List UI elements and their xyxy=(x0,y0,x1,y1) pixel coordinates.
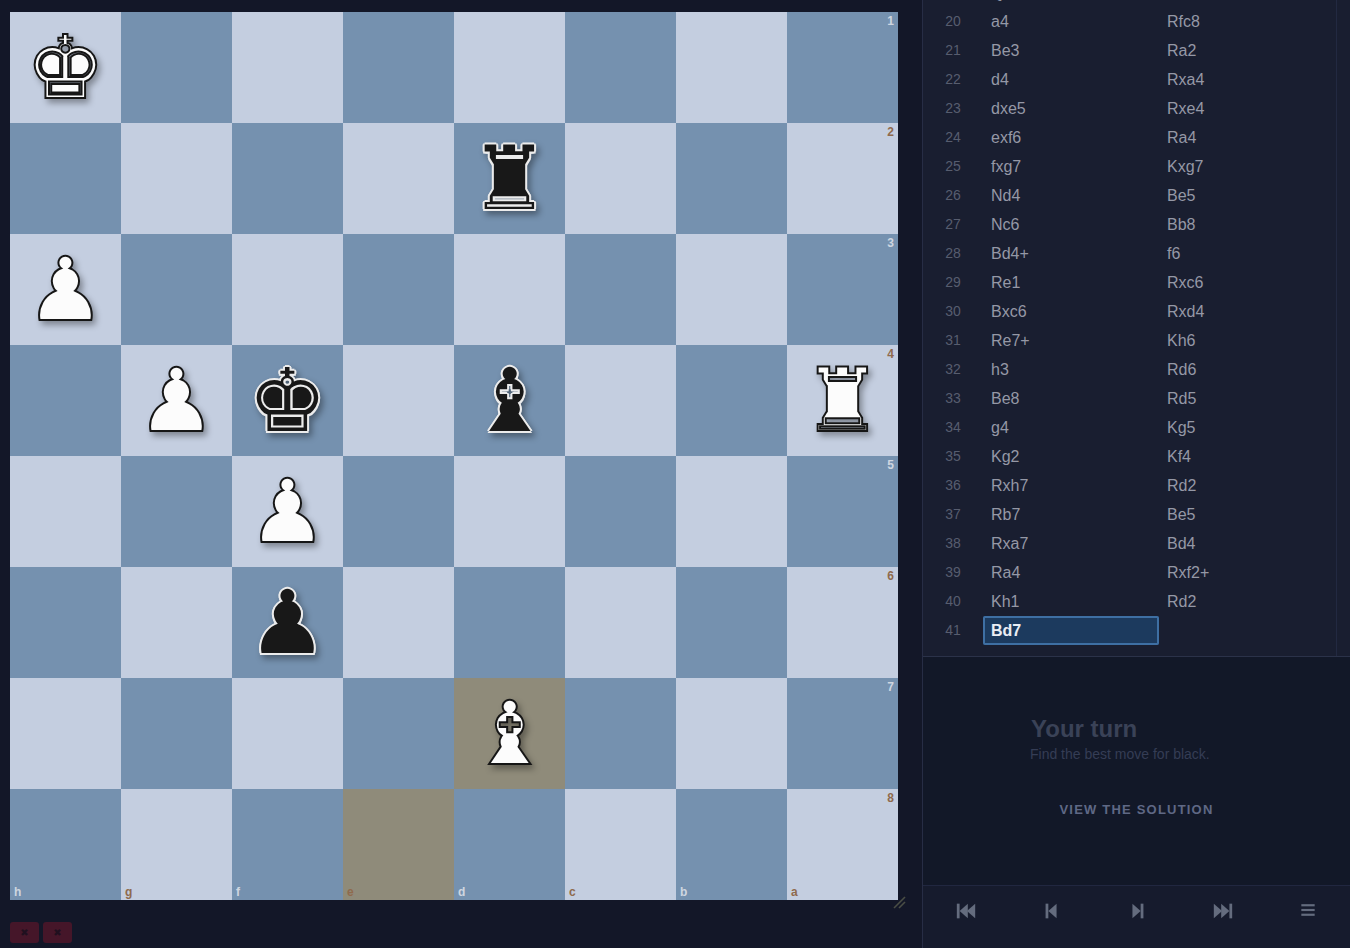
square-a7[interactable]: 7 xyxy=(787,678,898,789)
puzzle-app: { "game": "chess", "position": { "fen": … xyxy=(0,0,1350,948)
square-f4[interactable]: ♚ xyxy=(232,345,343,456)
move-row: 20a4Rfc8 xyxy=(923,7,1350,36)
board-resize-handle-icon[interactable] xyxy=(893,895,906,908)
move-number: 19 xyxy=(923,0,983,7)
square-a8[interactable]: 8a xyxy=(787,789,898,900)
black-move[interactable]: Rb2 xyxy=(1159,0,1335,7)
move-row: 28Bd4+f6 xyxy=(923,239,1350,268)
move-number: 33 xyxy=(923,384,983,413)
square-g3[interactable] xyxy=(121,234,232,345)
moves-panel: 19Qb4Rb220a4Rfc821Be3Ra222d4Rxa423dxe5Rx… xyxy=(922,0,1350,948)
square-e3[interactable] xyxy=(343,234,454,345)
rank-label: 8 xyxy=(887,792,894,804)
black-move[interactable]: Rd6 xyxy=(1159,355,1335,384)
square-d1[interactable] xyxy=(454,12,565,123)
white-move[interactable]: Kh1 xyxy=(983,587,1159,616)
square-c1[interactable] xyxy=(565,12,676,123)
rank-label: 5 xyxy=(887,459,894,471)
move-list-right-border xyxy=(1336,0,1337,656)
file-label: g xyxy=(125,886,132,898)
black-move[interactable]: Rfc8 xyxy=(1159,7,1335,36)
move-number: 34 xyxy=(923,413,983,442)
square-g2[interactable] xyxy=(121,123,232,234)
square-a5[interactable]: 5 xyxy=(787,456,898,567)
file-label: f xyxy=(236,886,240,898)
black-rook[interactable]: ♜ xyxy=(470,135,549,223)
move-row: 30Bxc6Rxd4 xyxy=(923,297,1350,326)
rank-label: 2 xyxy=(887,126,894,138)
previous-move-button[interactable] xyxy=(1039,898,1065,924)
view-solution-link[interactable]: VIEW THE SOLUTION xyxy=(923,802,1350,817)
square-f8[interactable]: f xyxy=(232,789,343,900)
file-label: d xyxy=(458,886,465,898)
last-move-button[interactable] xyxy=(1210,898,1236,924)
previous-move-icon xyxy=(1041,900,1063,922)
square-c7[interactable] xyxy=(565,678,676,789)
black-move[interactable]: Rd2 xyxy=(1159,471,1335,500)
white-move[interactable]: Rxa7 xyxy=(983,529,1159,558)
move-row: 32h3Rd6 xyxy=(923,355,1350,384)
move-row: 25fxg7Kxg7 xyxy=(923,152,1350,181)
move-row: 35Kg2Kf4 xyxy=(923,442,1350,471)
file-label: c xyxy=(569,886,576,898)
black-move[interactable]: Rxa4 xyxy=(1159,65,1335,94)
black-pawn[interactable]: ♟ xyxy=(248,579,327,667)
square-h4[interactable] xyxy=(10,345,121,456)
white-move[interactable]: Rb7 xyxy=(983,500,1159,529)
file-label: h xyxy=(14,886,21,898)
white-move[interactable]: Ra4 xyxy=(983,558,1159,587)
move-row: 33Be8Rd5 xyxy=(923,384,1350,413)
white-pawn[interactable]: ♟ xyxy=(137,357,216,445)
move-row: 38Rxa7Bd4 xyxy=(923,529,1350,558)
square-f1[interactable] xyxy=(232,12,343,123)
square-e5[interactable] xyxy=(343,456,454,567)
square-e8[interactable]: e xyxy=(343,789,454,900)
move-row: 23dxe5Rxe4 xyxy=(923,94,1350,123)
white-king[interactable]: ♚ xyxy=(26,24,105,112)
square-c8[interactable]: c xyxy=(565,789,676,900)
white-move[interactable]: Bd7 xyxy=(983,616,1159,645)
square-g6[interactable] xyxy=(121,567,232,678)
black-move[interactable]: Kg5 xyxy=(1159,413,1335,442)
move-row: 26Nd4Be5 xyxy=(923,181,1350,210)
black-move[interactable]: f6 xyxy=(1159,239,1335,268)
move-row: 34g4Kg5 xyxy=(923,413,1350,442)
close-button[interactable]: ✖ xyxy=(43,922,72,943)
white-move[interactable]: Rxh7 xyxy=(983,471,1159,500)
square-b4[interactable] xyxy=(676,345,787,456)
black-move[interactable] xyxy=(1159,616,1335,645)
move-row: 27Nc6Bb8 xyxy=(923,210,1350,239)
move-number: 22 xyxy=(923,65,983,94)
move-row: 40Kh1Rd2 xyxy=(923,587,1350,616)
move-number: 28 xyxy=(923,239,983,268)
last-move-icon xyxy=(1212,900,1234,922)
white-move[interactable]: Qb4 xyxy=(983,0,1159,7)
square-e6[interactable] xyxy=(343,567,454,678)
move-number: 27 xyxy=(923,210,983,239)
square-g4[interactable]: ♟ xyxy=(121,345,232,456)
feedback-section: Your turn Find the best move for black. … xyxy=(923,657,1350,885)
nav-bar xyxy=(923,885,1350,948)
square-h7[interactable] xyxy=(10,678,121,789)
file-label: a xyxy=(791,886,798,898)
square-e1[interactable] xyxy=(343,12,454,123)
square-h1[interactable]: ♚ xyxy=(10,12,121,123)
move-number: 26 xyxy=(923,181,983,210)
white-move[interactable]: Nd4 xyxy=(983,181,1159,210)
move-row: 21Be3Ra2 xyxy=(923,36,1350,65)
move-row: 31Re7+Kh6 xyxy=(923,326,1350,355)
square-g7[interactable] xyxy=(121,678,232,789)
white-move[interactable]: Re7+ xyxy=(983,326,1159,355)
square-g5[interactable] xyxy=(121,456,232,567)
square-d5[interactable] xyxy=(454,456,565,567)
square-e2[interactable] xyxy=(343,123,454,234)
black-move[interactable]: Rxe4 xyxy=(1159,94,1335,123)
white-move[interactable]: exf6 xyxy=(983,123,1159,152)
black-move[interactable]: Kxg7 xyxy=(1159,152,1335,181)
move-row: 41Bd7 xyxy=(923,616,1350,645)
square-h6[interactable] xyxy=(10,567,121,678)
move-number: 23 xyxy=(923,94,983,123)
square-e7[interactable] xyxy=(343,678,454,789)
square-e4[interactable] xyxy=(343,345,454,456)
square-b7[interactable] xyxy=(676,678,787,789)
square-b3[interactable] xyxy=(676,234,787,345)
move-number: 31 xyxy=(923,326,983,355)
white-move[interactable]: dxe5 xyxy=(983,94,1159,123)
move-number: 41 xyxy=(923,616,983,645)
square-g8[interactable]: g xyxy=(121,789,232,900)
black-move[interactable]: Rd2 xyxy=(1159,587,1335,616)
black-move[interactable]: Be5 xyxy=(1159,181,1335,210)
black-move[interactable]: Kf4 xyxy=(1159,442,1335,471)
rank-label: 7 xyxy=(887,681,894,693)
file-label: e xyxy=(347,886,354,898)
black-move[interactable]: Rxc6 xyxy=(1159,268,1335,297)
chess-board[interactable]: ♚1♜2♟3♟♚♝♜4♟5♟6♝7hgfedcb8a xyxy=(10,12,898,900)
menu-button[interactable] xyxy=(1296,898,1320,922)
square-d8[interactable]: d xyxy=(454,789,565,900)
white-pawn[interactable]: ♟ xyxy=(26,246,105,334)
black-move[interactable]: Ra4 xyxy=(1159,123,1335,152)
square-a6[interactable]: 6 xyxy=(787,567,898,678)
close-buttons-row: ✖ ✖ xyxy=(10,922,72,943)
rank-label: 3 xyxy=(887,237,894,249)
move-number: 36 xyxy=(923,471,983,500)
square-f3[interactable] xyxy=(232,234,343,345)
next-move-button[interactable] xyxy=(1124,898,1150,924)
move-number: 39 xyxy=(923,558,983,587)
square-a1[interactable]: 1 xyxy=(787,12,898,123)
square-c6[interactable] xyxy=(565,567,676,678)
white-move[interactable]: d4 xyxy=(983,65,1159,94)
square-h8[interactable]: h xyxy=(10,789,121,900)
black-move[interactable]: Be5 xyxy=(1159,500,1335,529)
square-a2[interactable]: 2 xyxy=(787,123,898,234)
white-move[interactable]: Be8 xyxy=(983,384,1159,413)
white-move[interactable]: Nc6 xyxy=(983,210,1159,239)
square-b5[interactable] xyxy=(676,456,787,567)
white-move[interactable]: Bxc6 xyxy=(983,297,1159,326)
move-number: 38 xyxy=(923,529,983,558)
square-c3[interactable] xyxy=(565,234,676,345)
square-d3[interactable] xyxy=(454,234,565,345)
square-f2[interactable] xyxy=(232,123,343,234)
next-move-icon xyxy=(1126,900,1148,922)
file-label: b xyxy=(680,886,687,898)
square-b8[interactable]: b xyxy=(676,789,787,900)
white-move[interactable]: a4 xyxy=(983,7,1159,36)
square-b6[interactable] xyxy=(676,567,787,678)
move-row: 37Rb7Be5 xyxy=(923,500,1350,529)
square-c2[interactable] xyxy=(565,123,676,234)
white-rook[interactable]: ♜ xyxy=(803,357,882,445)
move-row: 22d4Rxa4 xyxy=(923,65,1350,94)
white-move[interactable]: Be3 xyxy=(983,36,1159,65)
white-bishop[interactable]: ♝ xyxy=(470,690,549,778)
white-pawn[interactable]: ♟ xyxy=(248,468,327,556)
move-row: 24exf6Ra4 xyxy=(923,123,1350,152)
move-number: 30 xyxy=(923,297,983,326)
menu-icon xyxy=(1298,900,1318,920)
first-move-icon xyxy=(955,900,977,922)
black-move[interactable]: Ra2 xyxy=(1159,36,1335,65)
move-row: 39Ra4Rxf2+ xyxy=(923,558,1350,587)
square-c4[interactable] xyxy=(565,345,676,456)
move-number: 29 xyxy=(923,268,983,297)
square-b1[interactable] xyxy=(676,12,787,123)
white-move[interactable]: g4 xyxy=(983,413,1159,442)
move-number: 32 xyxy=(923,355,983,384)
square-h2[interactable] xyxy=(10,123,121,234)
square-a3[interactable]: 3 xyxy=(787,234,898,345)
square-f5[interactable]: ♟ xyxy=(232,456,343,567)
square-d7[interactable]: ♝ xyxy=(454,678,565,789)
black-move[interactable]: Kh6 xyxy=(1159,326,1335,355)
white-move[interactable]: Re1 xyxy=(983,268,1159,297)
move-list[interactable]: 19Qb4Rb220a4Rfc821Be3Ra222d4Rxa423dxe5Rx… xyxy=(923,0,1350,656)
close-button[interactable]: ✖ xyxy=(10,922,39,943)
move-row: 36Rxh7Rd2 xyxy=(923,471,1350,500)
black-move[interactable]: Rxf2+ xyxy=(1159,558,1335,587)
square-f7[interactable] xyxy=(232,678,343,789)
white-move[interactable]: Bd4+ xyxy=(983,239,1159,268)
square-g1[interactable] xyxy=(121,12,232,123)
move-row: 29Re1Rxc6 xyxy=(923,268,1350,297)
square-b2[interactable] xyxy=(676,123,787,234)
rank-label: 6 xyxy=(887,570,894,582)
square-d6[interactable] xyxy=(454,567,565,678)
black-move[interactable]: Bd4 xyxy=(1159,529,1335,558)
black-move[interactable]: Bb8 xyxy=(1159,210,1335,239)
black-move[interactable]: Rd5 xyxy=(1159,384,1335,413)
black-bishop[interactable]: ♝ xyxy=(470,357,549,445)
white-move[interactable]: Kg2 xyxy=(983,442,1159,471)
move-number: 21 xyxy=(923,36,983,65)
your-turn-title: Your turn xyxy=(1031,715,1137,743)
first-move-button[interactable] xyxy=(953,898,979,924)
square-d2[interactable]: ♜ xyxy=(454,123,565,234)
move-number: 20 xyxy=(923,7,983,36)
move-number: 25 xyxy=(923,152,983,181)
white-move[interactable]: h3 xyxy=(983,355,1159,384)
rank-label: 1 xyxy=(887,15,894,27)
rank-label: 4 xyxy=(887,348,894,360)
move-row: 19Qb4Rb2 xyxy=(923,0,1350,7)
square-h3[interactable]: ♟ xyxy=(10,234,121,345)
square-d4[interactable]: ♝ xyxy=(454,345,565,456)
move-number: 40 xyxy=(923,587,983,616)
square-c5[interactable] xyxy=(565,456,676,567)
your-turn-subtitle: Find the best move for black. xyxy=(1030,746,1210,762)
black-king[interactable]: ♚ xyxy=(248,357,327,445)
move-number: 24 xyxy=(923,123,983,152)
square-h5[interactable] xyxy=(10,456,121,567)
black-move[interactable]: Rxd4 xyxy=(1159,297,1335,326)
move-number: 37 xyxy=(923,500,983,529)
square-a4[interactable]: ♜4 xyxy=(787,345,898,456)
square-f6[interactable]: ♟ xyxy=(232,567,343,678)
white-move[interactable]: fxg7 xyxy=(983,152,1159,181)
move-number: 35 xyxy=(923,442,983,471)
